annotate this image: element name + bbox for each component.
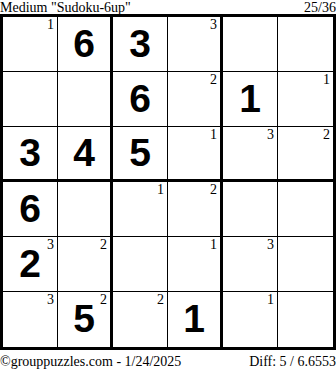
cell-r3c6[interactable]: 2	[278, 127, 333, 182]
cell-r5c3[interactable]	[113, 237, 168, 292]
puzzle-title: Medium "Sudoku-6up"	[0, 1, 131, 14]
pencil-mark: 2	[323, 127, 330, 142]
cell-r2c6[interactable]: 1	[278, 72, 333, 127]
cell-r6c2[interactable]: 25	[58, 292, 113, 347]
cell-r4c2[interactable]	[58, 182, 113, 237]
cell-r3c3[interactable]: 5	[113, 127, 168, 182]
cell-r3c4[interactable]: 1	[168, 127, 223, 182]
given-digit: 6	[129, 79, 151, 120]
page-header: Medium "Sudoku-6up" 25/36	[0, 0, 336, 14]
given-digit: 5	[73, 299, 95, 340]
given-digit: 1	[183, 299, 205, 340]
pencil-mark: 3	[267, 237, 274, 252]
given-digit: 6	[73, 24, 95, 65]
sudoku-grid: 1633621134513261232213325211	[0, 14, 336, 350]
cell-r6c6[interactable]	[278, 292, 333, 347]
cell-r6c4[interactable]: 1	[168, 292, 223, 347]
cell-r1c5[interactable]	[223, 17, 278, 72]
cell-r5c4[interactable]: 1	[168, 237, 223, 292]
cell-r4c5[interactable]	[223, 182, 278, 237]
pencil-mark: 1	[210, 127, 217, 142]
given-digit: 4	[73, 133, 95, 174]
cell-r5c2[interactable]: 2	[58, 237, 113, 292]
given-digit: 3	[19, 133, 41, 174]
pencil-mark: 1	[267, 292, 274, 307]
cell-r3c2[interactable]: 4	[58, 127, 113, 182]
page-footer: ©grouppuzzles.com - 1/24/2025 Diff: 5 / …	[0, 354, 336, 369]
cell-r1c2[interactable]: 6	[58, 17, 113, 72]
cell-r1c4[interactable]: 3	[168, 17, 223, 72]
copyright-text: ©grouppuzzles.com - 1/24/2025	[0, 354, 181, 369]
puzzle-counter: 25/36	[304, 1, 336, 14]
cell-r1c1[interactable]: 1	[3, 17, 58, 72]
pencil-mark: 1	[210, 237, 217, 252]
pencil-mark: 2	[210, 182, 217, 197]
given-digit: 2	[19, 244, 41, 285]
cell-r6c5[interactable]: 1	[223, 292, 278, 347]
cell-r5c1[interactable]: 32	[3, 237, 58, 292]
cell-r1c6[interactable]	[278, 17, 333, 72]
cell-r2c2[interactable]	[58, 72, 113, 127]
pencil-mark: 3	[47, 237, 54, 252]
cell-r6c1[interactable]: 3	[3, 292, 58, 347]
given-digit: 6	[19, 189, 41, 230]
given-digit: 1	[239, 79, 261, 120]
pencil-mark: 1	[157, 182, 164, 197]
cell-r4c1[interactable]: 6	[3, 182, 58, 237]
pencil-mark: 3	[267, 127, 274, 142]
cell-r5c5[interactable]: 3	[223, 237, 278, 292]
given-digit: 5	[129, 133, 151, 174]
pencil-mark: 3	[210, 17, 217, 32]
cell-r3c5[interactable]: 3	[223, 127, 278, 182]
cell-r1c3[interactable]: 3	[113, 17, 168, 72]
pencil-mark: 2	[210, 72, 217, 87]
pencil-mark: 1	[47, 17, 54, 32]
cell-r4c6[interactable]	[278, 182, 333, 237]
cell-r2c3[interactable]: 6	[113, 72, 168, 127]
pencil-mark: 2	[157, 292, 164, 307]
difficulty-text: Diff: 5 / 6.6553	[249, 354, 336, 369]
cell-r6c3[interactable]: 2	[113, 292, 168, 347]
puzzle-page: Medium "Sudoku-6up" 25/36 16336211345132…	[0, 0, 336, 370]
pencil-mark: 2	[100, 292, 107, 307]
pencil-mark: 3	[47, 292, 54, 307]
given-digit: 3	[129, 24, 151, 65]
cell-r4c3[interactable]: 1	[113, 182, 168, 237]
pencil-mark: 2	[100, 237, 107, 252]
cell-r2c1[interactable]	[3, 72, 58, 127]
cell-r4c4[interactable]: 2	[168, 182, 223, 237]
pencil-mark: 1	[323, 72, 330, 87]
cell-r2c5[interactable]: 1	[223, 72, 278, 127]
cell-r2c4[interactable]: 2	[168, 72, 223, 127]
cell-r5c6[interactable]	[278, 237, 333, 292]
cell-r3c1[interactable]: 3	[3, 127, 58, 182]
